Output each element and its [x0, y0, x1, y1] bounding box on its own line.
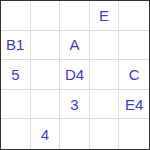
grid-cell-r3c4[interactable] — [90, 60, 120, 90]
puzzle-board: EB1A5D4C3E44 — [0, 0, 150, 150]
grid-cell-r3c1[interactable]: 5 — [1, 60, 31, 90]
grid-cell-r5c4[interactable] — [90, 119, 120, 149]
grid-cell-r1c4[interactable]: E — [90, 1, 120, 31]
grid-cell-r4c2[interactable] — [31, 90, 61, 120]
grid-cell-r3c3[interactable]: D4 — [60, 60, 90, 90]
grid-cell-r5c5[interactable] — [119, 119, 149, 149]
grid-cell-r4c5[interactable]: E4 — [119, 90, 149, 120]
grid-cell-r1c3[interactable] — [60, 1, 90, 31]
grid-cell-r2c4[interactable] — [90, 31, 120, 61]
grid-cell-r3c2[interactable] — [31, 60, 61, 90]
grid-cell-r2c1[interactable]: B1 — [1, 31, 31, 61]
grid-cell-r5c2[interactable]: 4 — [31, 119, 61, 149]
grid-cell-r4c3[interactable]: 3 — [60, 90, 90, 120]
grid-cell-r1c1[interactable] — [1, 1, 31, 31]
grid-cell-r5c3[interactable] — [60, 119, 90, 149]
grid-cell-r4c1[interactable] — [1, 90, 31, 120]
grid-cell-r2c5[interactable] — [119, 31, 149, 61]
grid-cell-r3c5[interactable]: C — [119, 60, 149, 90]
grid-cell-r1c2[interactable] — [31, 1, 61, 31]
grid-cell-r5c1[interactable] — [1, 119, 31, 149]
grid-cell-r2c2[interactable] — [31, 31, 61, 61]
grid-cell-r2c3[interactable]: A — [60, 31, 90, 61]
grid-cell-r4c4[interactable] — [90, 90, 120, 120]
grid-cell-r1c5[interactable] — [119, 1, 149, 31]
